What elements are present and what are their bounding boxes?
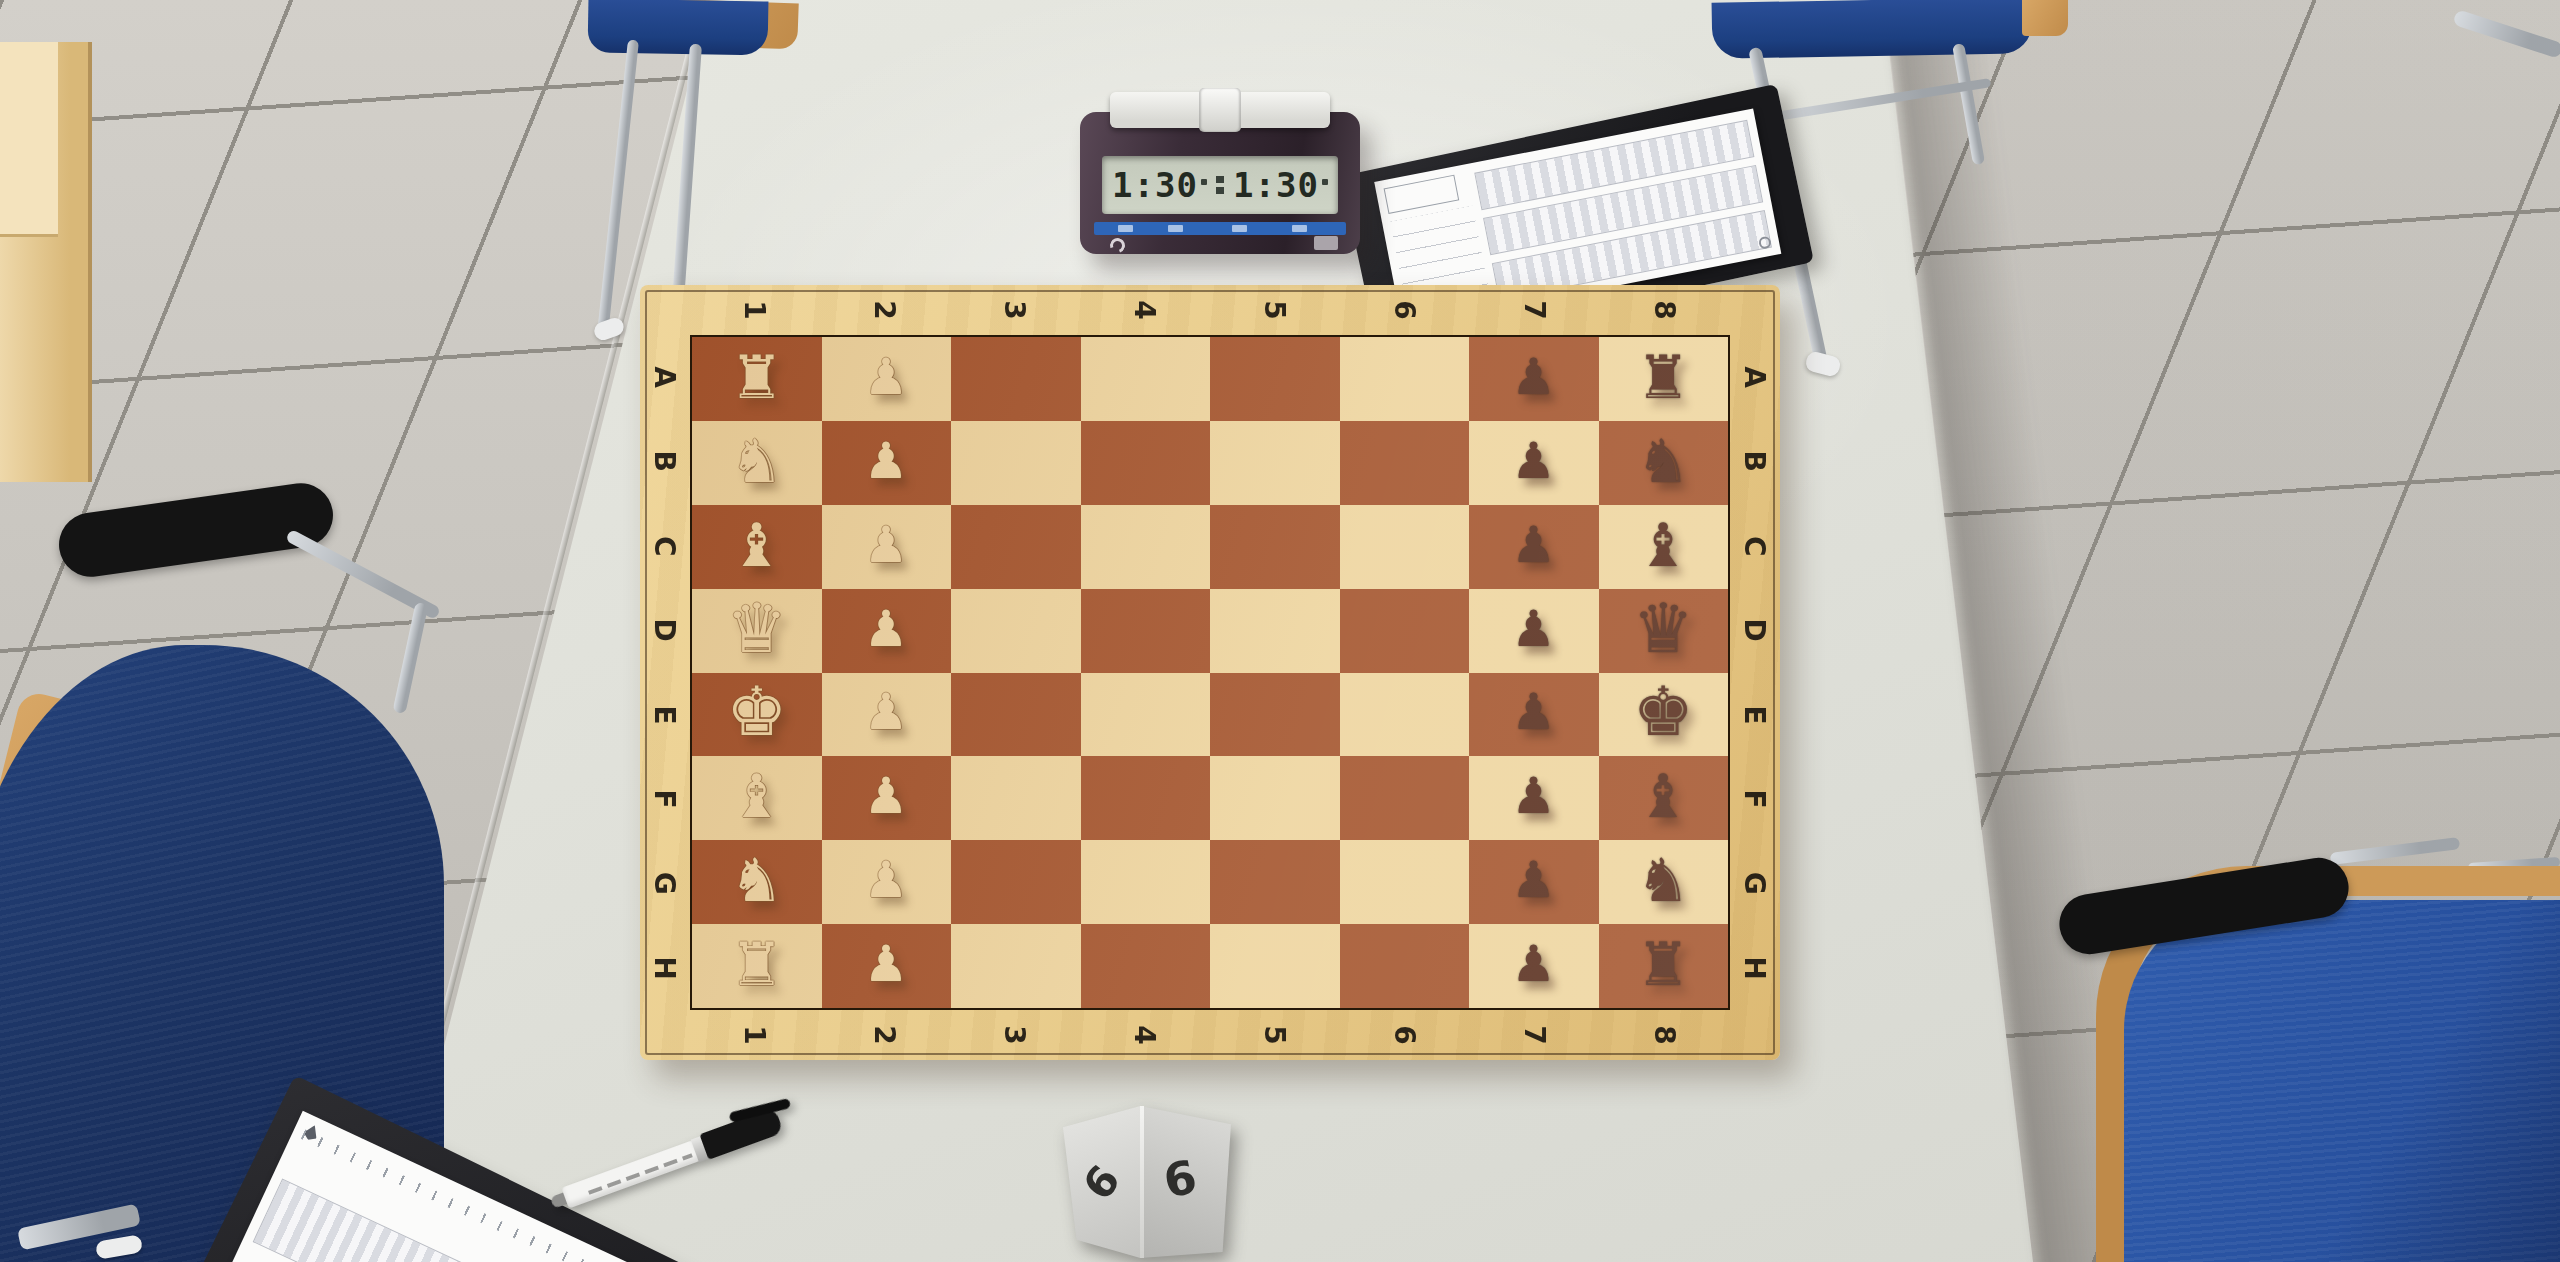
piece-white-p-f2: ♟ [864, 771, 909, 821]
chair-top-left-cushion [588, 0, 769, 56]
piece-black-p-b7: ♟ [1511, 436, 1556, 486]
piece-black-p-e7: ♟ [1511, 687, 1556, 737]
piece-white-r-a1: ♜ [730, 347, 784, 407]
piece-white-p-d2: ♟ [864, 604, 909, 654]
square-h1: ♜ [692, 924, 822, 1008]
piece-black-p-c7: ♟ [1511, 520, 1556, 570]
coords-top: 12345678 [690, 285, 1730, 335]
square-e7: ♟ [1469, 673, 1599, 757]
square-b2: ♟ [822, 421, 952, 505]
clock-center-icons [1216, 176, 1224, 194]
clock-display: 1:30 1:30 [1102, 156, 1338, 214]
square-e5 [1210, 673, 1340, 757]
square-c8: ♝ [1599, 505, 1729, 589]
square-c1: ♝ [692, 505, 822, 589]
clock-flag-icon [1201, 179, 1207, 185]
clock-flag-icon [1322, 179, 1328, 185]
square-d1: ♛ [692, 589, 822, 673]
board-grid: ♜♟♟♜♞♟♟♞♝♟♟♝♛♟♟♛♚♟♟♚♝♟♟♝♞♟♟♞♜♟♟♜ [690, 335, 1730, 1010]
piece-white-q-d1: ♛ [726, 595, 787, 663]
wooden-cabinet [0, 42, 92, 482]
piece-white-r-h1: ♜ [730, 934, 784, 994]
clock-rocker-pivot [1199, 88, 1241, 132]
piece-black-b-c8: ♝ [1636, 515, 1690, 575]
square-g1: ♞ [692, 840, 822, 924]
piece-black-n-b8: ♞ [1636, 431, 1690, 491]
clock-button-strip [1094, 222, 1346, 235]
coords-left: ABCDEFGH [640, 335, 690, 1010]
piece-white-p-h2: ♟ [864, 939, 909, 989]
square-g8: ♞ [1599, 840, 1729, 924]
square-c6 [1340, 505, 1470, 589]
square-c7: ♟ [1469, 505, 1599, 589]
square-h8: ♜ [1599, 924, 1729, 1008]
square-f1: ♝ [692, 756, 822, 840]
square-a1: ♜ [692, 337, 822, 421]
square-f5 [1210, 756, 1340, 840]
piece-black-r-h8: ♜ [1636, 934, 1690, 994]
square-h3 [951, 924, 1081, 1008]
square-d3 [951, 589, 1081, 673]
square-b8: ♞ [1599, 421, 1729, 505]
square-a8: ♜ [1599, 337, 1729, 421]
square-g5 [1210, 840, 1340, 924]
square-d5 [1210, 589, 1340, 673]
piece-black-p-g7: ♟ [1511, 855, 1556, 905]
square-c5 [1210, 505, 1340, 589]
square-g6 [1340, 840, 1470, 924]
square-a3 [951, 337, 1081, 421]
square-h7: ♟ [1469, 924, 1599, 1008]
piece-black-p-f7: ♟ [1511, 771, 1556, 821]
clock-time-right: 1:30 [1233, 165, 1328, 205]
square-c4 [1081, 505, 1211, 589]
square-h2: ♟ [822, 924, 952, 1008]
square-e1: ♚ [692, 673, 822, 757]
clock-model-label [1314, 236, 1338, 250]
piece-black-p-a7: ♟ [1511, 352, 1556, 402]
scoresheet-header-box [1384, 175, 1460, 214]
square-b5 [1210, 421, 1340, 505]
photo-scene: { "game": "chess", "position": { "fen": … [0, 0, 2560, 1262]
piece-black-n-g8: ♞ [1636, 850, 1690, 910]
piece-white-k-e1: ♚ [726, 678, 787, 746]
square-e3 [951, 673, 1081, 757]
square-f7: ♟ [1469, 756, 1599, 840]
piece-black-q-d8: ♛ [1633, 595, 1694, 663]
chessboard: 12345678 12345678 ABCDEFGH ABCDEFGH ♜♟♟♜… [640, 285, 1780, 1060]
clock-rocker-button [1110, 92, 1330, 128]
piece-white-p-e2: ♟ [864, 687, 909, 737]
piece-black-b-f8: ♝ [1636, 766, 1690, 826]
piece-white-n-b1: ♞ [730, 431, 784, 491]
piece-black-r-a8: ♜ [1636, 347, 1690, 407]
cube-edge [1140, 1106, 1144, 1258]
chair-top-right-wood-back [2022, 0, 2068, 36]
square-f8: ♝ [1599, 756, 1729, 840]
piece-white-b-f1: ♝ [730, 766, 784, 826]
square-b6 [1340, 421, 1470, 505]
piece-white-p-g2: ♟ [864, 855, 909, 905]
chair-bottom-right-cushion [2124, 900, 2560, 1262]
table-number-cube: 6 6 [1063, 1106, 1231, 1258]
square-f4 [1081, 756, 1211, 840]
clock-time-left: 1:30 [1112, 165, 1207, 205]
piece-white-b-c1: ♝ [730, 515, 784, 575]
piece-black-p-d7: ♟ [1511, 604, 1556, 654]
square-c3 [951, 505, 1081, 589]
square-e8: ♚ [1599, 673, 1729, 757]
piece-white-n-g1: ♞ [730, 850, 784, 910]
square-a6 [1340, 337, 1470, 421]
square-a4 [1081, 337, 1211, 421]
square-a2: ♟ [822, 337, 952, 421]
square-f6 [1340, 756, 1470, 840]
square-d6 [1340, 589, 1470, 673]
square-h6 [1340, 924, 1470, 1008]
square-e4 [1081, 673, 1211, 757]
piece-black-k-e8: ♚ [1633, 678, 1694, 746]
square-g4 [1081, 840, 1211, 924]
square-h5 [1210, 924, 1340, 1008]
square-b4 [1081, 421, 1211, 505]
square-g3 [951, 840, 1081, 924]
coords-right: ABCDEFGH [1730, 335, 1780, 1010]
square-f3 [951, 756, 1081, 840]
piece-white-p-c2: ♟ [864, 520, 909, 570]
square-h4 [1081, 924, 1211, 1008]
coords-bottom: 12345678 [690, 1010, 1730, 1060]
chess-clock: 1:30 1:30 [1080, 88, 1360, 254]
square-a7: ♟ [1469, 337, 1599, 421]
square-a5 [1210, 337, 1340, 421]
square-e6 [1340, 673, 1470, 757]
square-d4 [1081, 589, 1211, 673]
square-f2: ♟ [822, 756, 952, 840]
piece-black-p-h7: ♟ [1511, 939, 1556, 989]
square-b3 [951, 421, 1081, 505]
square-g7: ♟ [1469, 840, 1599, 924]
square-b7: ♟ [1469, 421, 1599, 505]
square-d2: ♟ [822, 589, 952, 673]
cabinet-shelf [0, 42, 58, 237]
square-d7: ♟ [1469, 589, 1599, 673]
square-g2: ♟ [822, 840, 952, 924]
piece-white-p-b2: ♟ [864, 436, 909, 486]
piece-white-p-a2: ♟ [864, 352, 909, 402]
square-d8: ♛ [1599, 589, 1729, 673]
square-c2: ♟ [822, 505, 952, 589]
square-b1: ♞ [692, 421, 822, 505]
square-e2: ♟ [822, 673, 952, 757]
